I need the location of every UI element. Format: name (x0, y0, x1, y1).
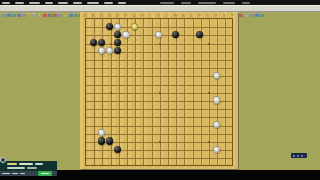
grid-line-vertical (201, 19, 202, 165)
grid-line-vertical (168, 19, 169, 165)
grid-line-horizontal (86, 126, 232, 127)
grid-line-vertical (135, 19, 136, 165)
grid-line-horizontal (86, 68, 232, 69)
coord-letter: D (108, 13, 111, 18)
toolbar-icon[interactable] (7, 13, 11, 17)
toolbar-icon[interactable] (17, 13, 21, 17)
grid-line-horizontal (86, 101, 232, 102)
coord-letter: K (157, 13, 160, 18)
player-info-text (19, 163, 33, 165)
grid-line-vertical (143, 19, 144, 165)
stone-white-Q9 (213, 96, 220, 103)
menu-item[interactable] (104, 2, 113, 4)
coord-letter: P (198, 13, 200, 18)
grid-line-vertical (193, 19, 194, 165)
menu-item[interactable] (2, 2, 10, 4)
menu-item[interactable] (15, 2, 24, 4)
player-info-text (35, 163, 43, 165)
grid-line-horizontal (86, 76, 232, 77)
menu-item[interactable] (160, 2, 174, 4)
badge-label (41, 173, 49, 175)
menu-items-right (160, 0, 250, 4)
menu-item[interactable] (181, 2, 191, 4)
toolbar-icon[interactable] (32, 13, 36, 17)
watermark (291, 153, 307, 158)
player-info-text (7, 163, 17, 165)
grid-line-horizontal (86, 117, 232, 118)
menu-item[interactable] (223, 2, 235, 4)
coord-letter: H (141, 13, 144, 18)
star-point (159, 141, 161, 143)
status-text (20, 173, 25, 175)
menu-item[interactable] (198, 2, 216, 4)
coord-letter: Q (207, 13, 210, 18)
star-point (159, 43, 161, 45)
grid-line-vertical (152, 19, 153, 165)
grid-line-vertical (176, 19, 177, 165)
toolbar-icon[interactable] (260, 13, 264, 17)
coord-letter: C (100, 13, 103, 18)
coord-letter: O (190, 13, 193, 18)
status-text (2, 173, 10, 175)
star-point (208, 141, 210, 143)
toolbar-icon[interactable] (58, 13, 62, 17)
grid-line-horizontal (86, 150, 232, 151)
toolbar-group (250, 13, 267, 17)
toolbar-icon[interactable] (2, 13, 6, 17)
coord-letter: E (116, 13, 119, 18)
go-board[interactable]: ABCDEFGHJKLMNOPQRST (80, 12, 238, 169)
toolbar-icon[interactable] (12, 13, 16, 17)
star-point (208, 92, 210, 94)
avatar-circle (0, 157, 6, 163)
coord-letter: L (166, 13, 168, 18)
coord-letter: N (182, 13, 185, 18)
toolbar (0, 5, 320, 12)
toolbar-icon[interactable] (43, 13, 47, 17)
grid-line-horizontal (86, 60, 232, 61)
grid-line-vertical (217, 19, 218, 165)
grid-line-vertical (225, 19, 226, 165)
coord-letter: B (92, 13, 95, 18)
grid-line-vertical (127, 19, 128, 165)
star-point (110, 43, 112, 45)
coord-letter: F (125, 13, 127, 18)
toolbar-group (2, 13, 40, 17)
player-info-text (27, 167, 37, 169)
star-point (208, 43, 210, 45)
go-application-window: ABCDEFGHJKLMNOPQRST (0, 0, 320, 180)
menu-item[interactable] (87, 2, 99, 4)
coord-letter: S (223, 13, 226, 18)
grid-line-vertical (184, 19, 185, 165)
player-info-text (7, 167, 25, 169)
green-action-badge[interactable] (38, 171, 52, 177)
status-text (12, 173, 18, 175)
toolbar-group (43, 13, 66, 17)
stone-white-G18-lastmove (131, 23, 138, 30)
coord-letter: T (231, 13, 233, 18)
toolbar-icon[interactable] (239, 13, 243, 17)
coord-letter: A (84, 13, 87, 18)
menu-item[interactable] (58, 2, 68, 4)
toolbar-icon[interactable] (255, 13, 259, 17)
stone-black-M17 (172, 31, 179, 38)
menu-item[interactable] (45, 2, 53, 4)
toolbar-icon[interactable] (69, 13, 73, 17)
stone-white-Q12 (213, 72, 220, 79)
star-point (110, 92, 112, 94)
grid-line-horizontal (86, 158, 232, 159)
menu-items (2, 0, 126, 4)
player-info-overlay (0, 161, 57, 171)
toolbar-icon[interactable] (48, 13, 52, 17)
coord-letter: J (149, 13, 150, 18)
stone-black-C4 (98, 137, 105, 144)
menu-item[interactable] (29, 2, 40, 4)
grid-line-horizontal (86, 85, 232, 86)
stone-white-F17 (122, 31, 129, 38)
menu-item[interactable] (242, 2, 250, 4)
stone-black-D4 (106, 137, 113, 144)
coord-letter: R (215, 13, 218, 18)
star-point (159, 92, 161, 94)
toolbar-icon[interactable] (74, 13, 78, 17)
menu-item[interactable] (118, 2, 126, 4)
coord-letter: M (174, 13, 177, 18)
stone-white-Q3 (213, 146, 220, 153)
toolbar-icon[interactable] (22, 13, 26, 17)
toolbar-icon[interactable] (250, 13, 254, 17)
grid-line-horizontal (86, 134, 232, 135)
toolbar-icon[interactable] (27, 13, 31, 17)
coord-letter: G (133, 13, 136, 18)
toolbar-icon[interactable] (53, 13, 57, 17)
menu-item[interactable] (73, 2, 82, 4)
grid-line-horizontal (86, 109, 232, 110)
